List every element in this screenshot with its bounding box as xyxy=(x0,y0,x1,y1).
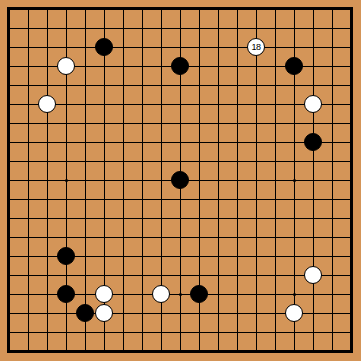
white-stone xyxy=(57,57,75,75)
black-stone xyxy=(304,133,322,151)
go-board-diagram: 18 xyxy=(0,0,361,361)
white-stone xyxy=(38,95,56,113)
black-stone xyxy=(95,38,113,56)
white-stone xyxy=(95,304,113,322)
black-stone xyxy=(171,57,189,75)
white-stone xyxy=(95,285,113,303)
white-stone xyxy=(152,285,170,303)
star-point xyxy=(293,179,296,182)
star-point xyxy=(293,293,296,296)
board-grid[interactable]: 18 xyxy=(0,0,361,361)
white-stone xyxy=(285,304,303,322)
star-point xyxy=(179,293,182,296)
white-stone xyxy=(304,95,322,113)
black-stone xyxy=(76,304,94,322)
black-stone xyxy=(57,247,75,265)
star-point xyxy=(65,179,68,182)
black-stone xyxy=(171,171,189,189)
black-stone xyxy=(285,57,303,75)
white-stone: 18 xyxy=(247,38,265,56)
black-stone xyxy=(57,285,75,303)
black-stone xyxy=(190,285,208,303)
move-number-label: 18 xyxy=(251,43,260,52)
white-stone xyxy=(304,266,322,284)
